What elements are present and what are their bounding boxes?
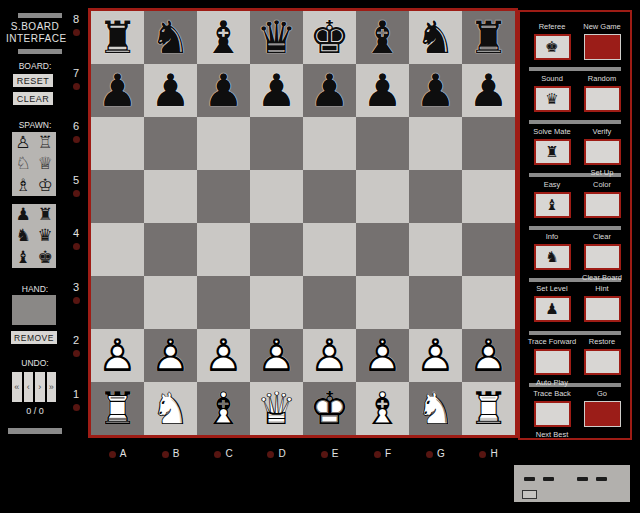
undo-first-button[interactable]: « — [12, 372, 22, 402]
square-b3[interactable] — [144, 276, 197, 329]
square-e2[interactable]: ♟♙ — [303, 329, 356, 382]
piece-white-pawn: ♟♙ — [303, 329, 356, 382]
rank-labels: 87654321 — [66, 8, 86, 438]
square-h8[interactable]: ♜ — [462, 11, 515, 64]
rank-label-3: 3 — [66, 282, 86, 304]
divider-bar-top — [18, 13, 62, 18]
square-f2[interactable]: ♟♙ — [356, 329, 409, 382]
go-button[interactable] — [584, 401, 621, 427]
undo-counter: 0 / 0 — [6, 406, 64, 416]
square-b2[interactable]: ♟♙ — [144, 329, 197, 382]
square-d6[interactable] — [250, 117, 303, 170]
info-button[interactable]: ♞ — [534, 244, 571, 270]
undo-last-button[interactable]: » — [47, 372, 57, 402]
square-d3[interactable] — [250, 276, 303, 329]
square-f7[interactable]: ♟ — [356, 64, 409, 117]
square-e8[interactable]: ♚ — [303, 11, 356, 64]
square-c8[interactable]: ♝ — [197, 11, 250, 64]
undo-back-button[interactable]: ‹ — [24, 372, 34, 402]
file-label-b: B — [144, 449, 197, 459]
file-label-c: C — [197, 449, 250, 459]
square-h2[interactable]: ♟♙ — [462, 329, 515, 382]
hint-label: Hint — [595, 284, 608, 293]
verify-label: Verify — [593, 127, 612, 136]
piece-white-rook: ♜♖ — [462, 382, 515, 435]
divider-bar-bottom — [8, 428, 62, 434]
trace-forward-button[interactable] — [534, 349, 571, 375]
file-led-dot[interactable] — [162, 451, 169, 458]
panel-section-sound: Sound♛Random — [520, 74, 630, 124]
black-pawn-icon: ♟ — [545, 302, 558, 317]
panel-section-referee: Referee♚New Game — [520, 22, 630, 72]
rank-number: 6 — [73, 121, 79, 132]
piece-white-rook: ♜♖ — [91, 382, 144, 435]
lcd-display — [514, 465, 630, 502]
reset-button[interactable]: RESET — [13, 74, 53, 87]
rank-label-1: 1 — [66, 389, 86, 411]
file-label-h: H — [462, 449, 515, 459]
lcd-dash — [543, 477, 554, 481]
spawn-white-queen[interactable]: ♕ — [34, 153, 56, 174]
piece-outline-layer: ♕ — [250, 382, 303, 435]
restore-label: Restore — [589, 337, 615, 346]
piece-black-pawn: ♟ — [309, 68, 349, 113]
auto-play-label: Auto Play — [536, 378, 568, 387]
square-c5[interactable] — [197, 170, 250, 223]
square-a1[interactable]: ♜♖ — [91, 382, 144, 435]
piece-outline-layer: ♖ — [91, 382, 144, 435]
square-h1[interactable]: ♜♖ — [462, 382, 515, 435]
battery-icon — [522, 490, 537, 499]
square-c3[interactable] — [197, 276, 250, 329]
square-e6[interactable] — [303, 117, 356, 170]
piece-black-pawn: ♟ — [150, 68, 190, 113]
trace-back-cell: Trace BackNext Best — [528, 389, 576, 439]
lcd-dash — [596, 477, 607, 481]
file-letter: D — [278, 449, 285, 459]
next-best-label: Next Best — [536, 430, 569, 439]
easy-label: Easy — [544, 180, 561, 189]
trace-forward-label: Trace Forward — [528, 337, 576, 346]
file-letter: A — [120, 449, 127, 459]
sound-button[interactable]: ♛ — [534, 86, 571, 112]
piece-white-knight: ♞♘ — [144, 382, 197, 435]
undo-section-label: UNDO: — [6, 358, 64, 368]
piece-outline-layer: ♙ — [303, 329, 356, 382]
square-e4[interactable] — [303, 223, 356, 276]
piece-outline-layer: ♙ — [91, 329, 144, 382]
black-queen-icon: ♛ — [545, 92, 558, 107]
chess-board: ♜♞♝♛♚♝♞♜♟♟♟♟♟♟♟♟♟♙♟♙♟♙♟♙♟♙♟♙♟♙♟♙♜♖♞♘♝♗♛♕… — [88, 8, 518, 438]
divider-bar-title — [18, 49, 62, 54]
spawn-black-rook[interactable]: ♜ — [34, 204, 56, 225]
random-button[interactable] — [584, 86, 621, 112]
spawn-black-king[interactable]: ♚ — [34, 247, 56, 268]
piece-outline-layer: ♙ — [409, 329, 462, 382]
square-h4[interactable] — [462, 223, 515, 276]
chess-computer-interface: S.BOARD INTERFACE BOARD: RESET CLEAR SPA… — [0, 0, 640, 513]
square-a7[interactable]: ♟ — [91, 64, 144, 117]
piece-white-pawn: ♟♙ — [250, 329, 303, 382]
piece-black-pawn: ♟ — [415, 68, 455, 113]
random-cell: Random — [578, 74, 626, 112]
new-game-label: New Game — [583, 22, 621, 31]
piece-black-pawn: ♟ — [203, 68, 243, 113]
random-label: Random — [588, 74, 616, 83]
square-f5[interactable] — [356, 170, 409, 223]
piece-black-knight: ♞ — [415, 15, 455, 60]
file-labels: ABCDEFGH — [91, 449, 515, 459]
square-d2[interactable]: ♟♙ — [250, 329, 303, 382]
square-d5[interactable] — [250, 170, 303, 223]
easy-button[interactable]: ♝ — [534, 192, 571, 218]
control-panel: Referee♚New GameSound♛RandomSolve Mate♜V… — [518, 10, 632, 440]
rank-number: 4 — [73, 228, 79, 239]
piece-outline-layer: ♘ — [144, 382, 197, 435]
square-g3[interactable] — [409, 276, 462, 329]
square-g1[interactable]: ♞♘ — [409, 382, 462, 435]
file-letter: B — [173, 449, 180, 459]
square-e1[interactable]: ♚♔ — [303, 382, 356, 435]
spawn-black-pawn[interactable]: ♟ — [12, 204, 34, 225]
square-e5[interactable] — [303, 170, 356, 223]
piece-white-pawn: ♟♙ — [144, 329, 197, 382]
file-led-dot[interactable] — [374, 451, 381, 458]
panel-section-set-level: Set Level♟Hint — [520, 284, 630, 334]
hint-button[interactable] — [584, 296, 621, 322]
spawn-white-piece-tray: ♙♖♘♕♗♔ — [12, 132, 56, 196]
file-letter: F — [385, 449, 391, 459]
square-c4[interactable] — [197, 223, 250, 276]
trace-back-label: Trace Back — [533, 389, 571, 398]
piece-white-bishop: ♝♗ — [356, 382, 409, 435]
file-led-dot[interactable] — [267, 451, 274, 458]
square-d7[interactable]: ♟ — [250, 64, 303, 117]
set-level-button[interactable]: ♟ — [534, 296, 571, 322]
square-c1[interactable]: ♝♗ — [197, 382, 250, 435]
square-b8[interactable]: ♞ — [144, 11, 197, 64]
piece-black-pawn: ♟ — [362, 68, 402, 113]
piece-outline-layer: ♙ — [197, 329, 250, 382]
rank-label-6: 6 — [66, 121, 86, 143]
black-bishop-icon: ♝ — [545, 198, 558, 213]
square-a2[interactable]: ♟♙ — [91, 329, 144, 382]
spawn-black-knight[interactable]: ♞ — [12, 225, 34, 246]
rank-led-dot[interactable] — [73, 136, 80, 143]
piece-white-pawn: ♟♙ — [462, 329, 515, 382]
info-cell: Info♞ — [528, 232, 576, 270]
undo-button-row: «‹›» — [12, 372, 56, 402]
rank-label-4: 4 — [66, 228, 86, 250]
easy-cell: Easy♝ — [528, 180, 576, 218]
solve-mate-label: Solve Mate — [533, 127, 571, 136]
piece-outline-layer: ♖ — [462, 382, 515, 435]
color-button[interactable] — [584, 192, 621, 218]
piece-white-pawn: ♟♙ — [356, 329, 409, 382]
verify-cell: VerifySet Up — [578, 127, 626, 177]
piece-black-rook: ♜ — [97, 15, 137, 60]
undo-forward-button[interactable]: › — [35, 372, 45, 402]
square-c2[interactable]: ♟♙ — [197, 329, 250, 382]
clear-cell: ClearClear Board — [578, 232, 626, 282]
piece-white-bishop: ♝♗ — [197, 382, 250, 435]
file-letter: C — [225, 449, 232, 459]
square-g5[interactable] — [409, 170, 462, 223]
spawn-white-knight[interactable]: ♘ — [12, 153, 34, 174]
board-section-label: BOARD: — [6, 61, 64, 71]
piece-outline-layer: ♗ — [197, 382, 250, 435]
referee-button[interactable]: ♚ — [534, 34, 571, 60]
square-h5[interactable] — [462, 170, 515, 223]
rank-led-dot[interactable] — [73, 190, 80, 197]
set-up-label: Set Up — [591, 168, 614, 177]
square-h7[interactable]: ♟ — [462, 64, 515, 117]
rank-number: 5 — [73, 175, 79, 186]
new-game-cell: New Game — [578, 22, 626, 60]
restore-button[interactable] — [584, 349, 621, 375]
piece-outline-layer: ♙ — [462, 329, 515, 382]
file-letter: E — [332, 449, 339, 459]
piece-black-queen: ♛ — [256, 15, 296, 60]
rank-number: 2 — [73, 335, 79, 346]
verify-button[interactable] — [584, 139, 621, 165]
rank-led-dot[interactable] — [73, 350, 80, 357]
lcd-dash — [524, 477, 535, 481]
square-e7[interactable]: ♟ — [303, 64, 356, 117]
rank-led-dot[interactable] — [73, 83, 80, 90]
spawn-section-label: SPAWN: — [6, 120, 64, 130]
app-title-line1: S.BOARD — [6, 21, 64, 32]
panel-section-trace-forward: Trace ForwardAuto PlayRestore — [520, 337, 630, 387]
panel-section-easy: Easy♝Color — [520, 180, 630, 230]
color-label: Color — [593, 180, 611, 189]
spawn-white-rook[interactable]: ♖ — [34, 132, 56, 153]
piece-black-bishop: ♝ — [362, 15, 402, 60]
spawn-black-piece-tray: ♟♜♞♛♝♚ — [12, 204, 56, 268]
spawn-black-bishop[interactable]: ♝ — [12, 247, 34, 268]
piece-white-pawn: ♟♙ — [197, 329, 250, 382]
panel-section-trace-back: Trace BackNext BestGo — [520, 389, 630, 439]
rank-number: 8 — [73, 14, 79, 25]
square-b5[interactable] — [144, 170, 197, 223]
square-d8[interactable]: ♛ — [250, 11, 303, 64]
piece-white-pawn: ♟♙ — [91, 329, 144, 382]
square-a8[interactable]: ♜ — [91, 11, 144, 64]
referee-cell: Referee♚ — [528, 22, 576, 60]
file-label-a: A — [91, 449, 144, 459]
lcd-dash — [577, 477, 588, 481]
piece-white-queen: ♛♕ — [250, 382, 303, 435]
new-game-button[interactable] — [584, 34, 621, 60]
piece-black-rook: ♜ — [468, 15, 508, 60]
panel-section-info: Info♞ClearClear Board — [520, 232, 630, 282]
file-letter: H — [490, 449, 497, 459]
spawn-black-queen[interactable]: ♛ — [34, 225, 56, 246]
sound-cell: Sound♛ — [528, 74, 576, 112]
solve-mate-cell: Solve Mate♜ — [528, 127, 576, 165]
file-led-dot[interactable] — [109, 451, 116, 458]
spawn-white-king[interactable]: ♔ — [34, 175, 56, 196]
file-led-dot[interactable] — [426, 451, 433, 458]
trace-back-button[interactable] — [534, 401, 571, 427]
file-label-f: F — [356, 449, 409, 459]
square-g2[interactable]: ♟♙ — [409, 329, 462, 382]
rank-led-dot[interactable] — [73, 297, 80, 304]
square-g4[interactable] — [409, 223, 462, 276]
spawn-white-bishop[interactable]: ♗ — [12, 175, 34, 196]
remove-button[interactable]: REMOVE — [11, 331, 57, 344]
piece-outline-layer: ♔ — [303, 382, 356, 435]
square-a4[interactable] — [91, 223, 144, 276]
rank-number: 3 — [73, 282, 79, 293]
piece-black-pawn: ♟ — [97, 68, 137, 113]
set-level-label: Set Level — [536, 284, 567, 293]
file-label-g: G — [409, 449, 462, 459]
rank-led-dot[interactable] — [73, 29, 80, 36]
square-f4[interactable] — [356, 223, 409, 276]
rank-label-8: 8 — [66, 14, 86, 36]
square-a6[interactable] — [91, 117, 144, 170]
file-label-e: E — [303, 449, 356, 459]
square-f3[interactable] — [356, 276, 409, 329]
file-letter: G — [437, 449, 445, 459]
square-b7[interactable]: ♟ — [144, 64, 197, 117]
piece-outline-layer: ♙ — [250, 329, 303, 382]
square-b1[interactable]: ♞♘ — [144, 382, 197, 435]
hand-piece-box[interactable] — [12, 295, 56, 325]
restore-cell: Restore — [578, 337, 626, 375]
square-d1[interactable]: ♛♕ — [250, 382, 303, 435]
black-king-icon: ♚ — [545, 40, 558, 55]
file-led-dot[interactable] — [321, 451, 328, 458]
square-g7[interactable]: ♟ — [409, 64, 462, 117]
square-c7[interactable]: ♟ — [197, 64, 250, 117]
square-f6[interactable] — [356, 117, 409, 170]
spawn-white-pawn[interactable]: ♙ — [12, 132, 34, 153]
square-h6[interactable] — [462, 117, 515, 170]
square-c6[interactable] — [197, 117, 250, 170]
file-led-dot[interactable] — [479, 451, 486, 458]
trace-forward-cell: Trace ForwardAuto Play — [528, 337, 576, 387]
black-knight-icon: ♞ — [545, 250, 558, 265]
piece-black-pawn: ♟ — [256, 68, 296, 113]
square-a5[interactable] — [91, 170, 144, 223]
rank-led-dot[interactable] — [73, 243, 80, 250]
piece-outline-layer: ♙ — [144, 329, 197, 382]
solve-mate-button[interactable]: ♜ — [534, 139, 571, 165]
go-cell: Go — [578, 389, 626, 427]
info-label: Info — [546, 232, 559, 241]
rank-led-dot[interactable] — [73, 404, 80, 411]
go-label: Go — [597, 389, 607, 398]
rank-label-7: 7 — [66, 68, 86, 90]
piece-black-knight: ♞ — [150, 15, 190, 60]
square-g8[interactable]: ♞ — [409, 11, 462, 64]
rank-number: 7 — [73, 68, 79, 79]
clear-button[interactable]: CLEAR — [13, 92, 53, 105]
clear-board-label: Clear Board — [582, 273, 622, 282]
square-h3[interactable] — [462, 276, 515, 329]
clear-label: Clear — [593, 232, 611, 241]
piece-white-pawn: ♟♙ — [409, 329, 462, 382]
square-g6[interactable] — [409, 117, 462, 170]
piece-white-king: ♚♔ — [303, 382, 356, 435]
color-cell: Color — [578, 180, 626, 218]
square-d4[interactable] — [250, 223, 303, 276]
hint-cell: Hint — [578, 284, 626, 322]
piece-outline-layer: ♙ — [356, 329, 409, 382]
referee-label: Referee — [539, 22, 566, 31]
rank-label-5: 5 — [66, 175, 86, 197]
square-a3[interactable] — [91, 276, 144, 329]
square-f1[interactable]: ♝♗ — [356, 382, 409, 435]
hand-section-label: HAND: — [6, 284, 64, 294]
rank-number: 1 — [73, 389, 79, 400]
rank-label-2: 2 — [66, 335, 86, 357]
set-level-cell: Set Level♟ — [528, 284, 576, 322]
piece-outline-layer: ♘ — [409, 382, 462, 435]
black-rook-icon: ♜ — [545, 145, 558, 160]
square-f8[interactable]: ♝ — [356, 11, 409, 64]
clear-button[interactable] — [584, 244, 621, 270]
square-b4[interactable] — [144, 223, 197, 276]
square-b6[interactable] — [144, 117, 197, 170]
piece-black-bishop: ♝ — [203, 15, 243, 60]
piece-outline-layer: ♗ — [356, 382, 409, 435]
piece-black-king: ♚ — [309, 15, 349, 60]
panel-section-solve-mate: Solve Mate♜VerifySet Up — [520, 127, 630, 177]
file-led-dot[interactable] — [214, 451, 221, 458]
sound-label: Sound — [541, 74, 563, 83]
file-label-d: D — [250, 449, 303, 459]
piece-white-knight: ♞♘ — [409, 382, 462, 435]
app-title-line2: INTERFACE — [6, 33, 64, 44]
piece-black-pawn: ♟ — [468, 68, 508, 113]
square-e3[interactable] — [303, 276, 356, 329]
